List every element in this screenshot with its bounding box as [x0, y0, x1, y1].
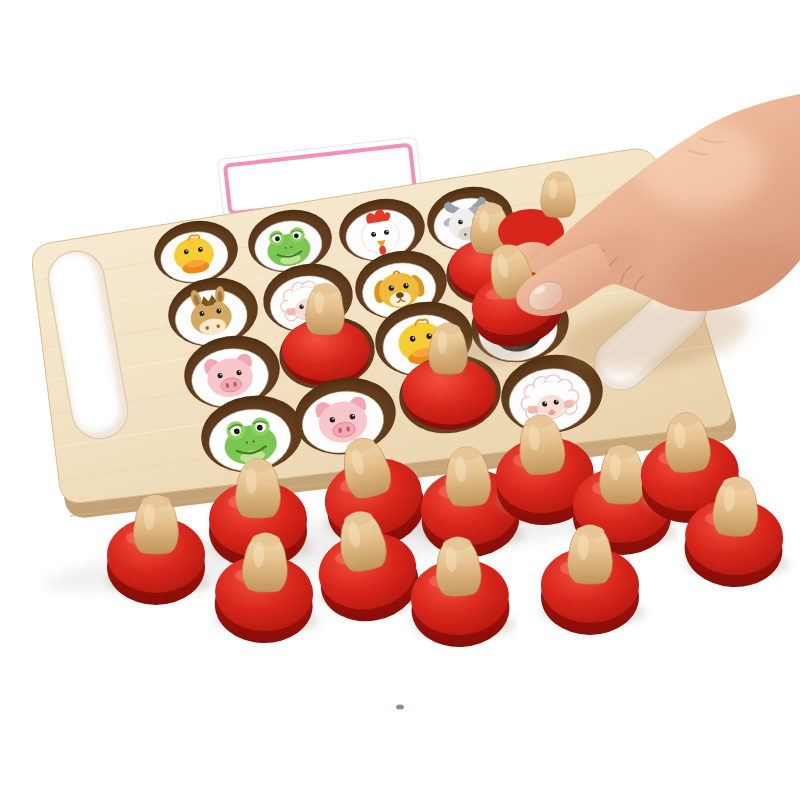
product-photo-scene	[0, 0, 800, 800]
crumb	[396, 705, 404, 710]
